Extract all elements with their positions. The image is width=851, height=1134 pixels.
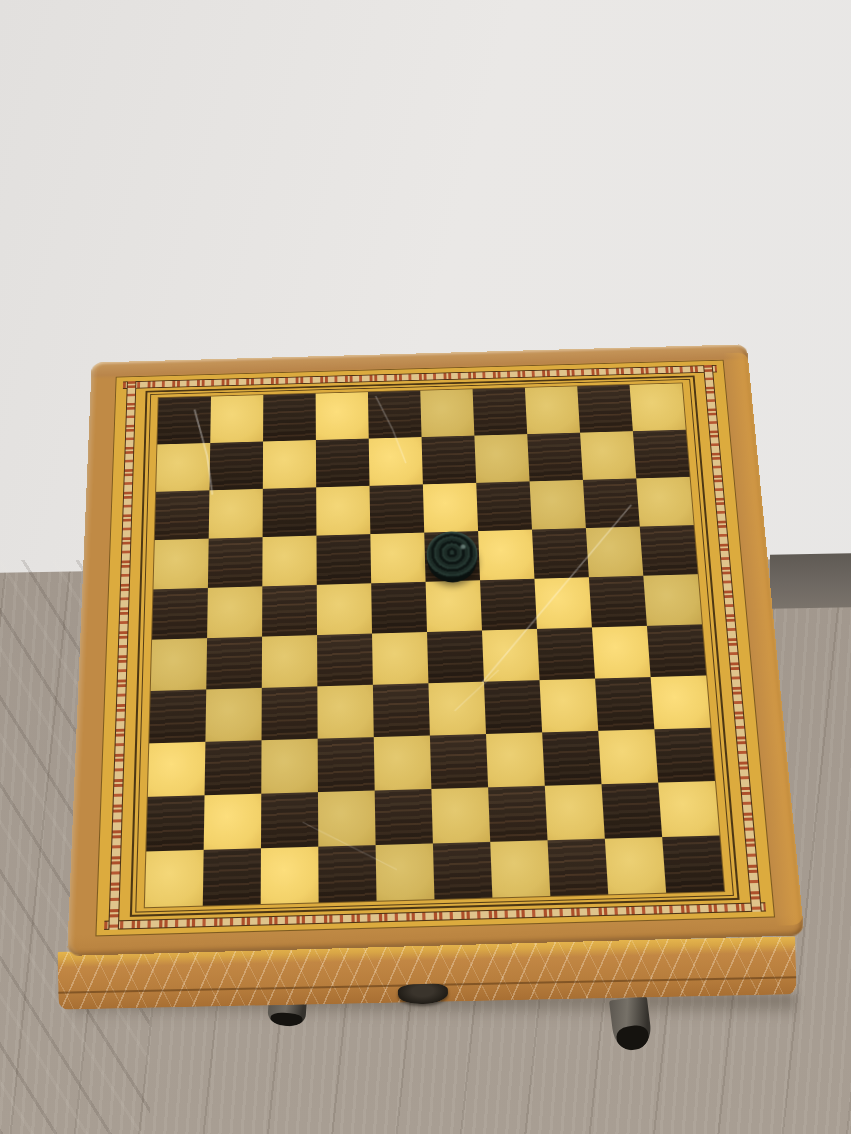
square-r3c8 — [530, 480, 586, 530]
square-r6c6 — [427, 630, 484, 683]
square-r6c9 — [592, 626, 651, 679]
square-r3c6 — [423, 483, 478, 533]
square-r3c1 — [155, 490, 210, 540]
square-r8c8 — [542, 731, 601, 786]
square-r1c3 — [263, 394, 316, 442]
square-r6c10 — [647, 624, 706, 677]
square-r6c7 — [482, 629, 540, 682]
square-r5c3 — [262, 585, 317, 637]
square-r6c8 — [537, 627, 595, 680]
square-r3c3 — [263, 487, 317, 537]
square-r4c4 — [316, 534, 371, 585]
square-r6c1 — [151, 638, 207, 691]
square-r10c6 — [433, 842, 492, 899]
square-r4c8 — [532, 528, 589, 579]
square-r4c3 — [262, 536, 316, 587]
square-r9c6 — [431, 787, 490, 843]
square-r8c7 — [486, 732, 545, 787]
square-r2c2 — [209, 441, 263, 490]
square-r2c10 — [633, 430, 690, 479]
square-r1c6 — [420, 389, 474, 437]
square-r1c1 — [157, 397, 211, 445]
square-r1c8 — [525, 386, 580, 434]
square-r7c7 — [484, 680, 542, 734]
square-r4c2 — [208, 537, 263, 588]
square-r3c9 — [583, 478, 640, 528]
square-r8c10 — [654, 728, 715, 783]
square-r9c5 — [375, 789, 433, 845]
square-r7c9 — [595, 677, 654, 731]
square-r2c9 — [580, 431, 636, 480]
square-r8c6 — [430, 734, 488, 789]
square-r3c10 — [636, 477, 693, 527]
square-r5c8 — [534, 577, 591, 629]
square-r9c9 — [602, 783, 663, 839]
square-r5c10 — [643, 574, 702, 626]
square-r2c1 — [156, 443, 210, 492]
square-r8c9 — [598, 729, 658, 784]
square-r7c6 — [428, 682, 486, 736]
square-r10c5 — [376, 843, 435, 900]
square-r6c4 — [317, 634, 373, 687]
square-r7c10 — [651, 675, 711, 729]
square-r8c5 — [374, 736, 432, 791]
square-r10c3 — [261, 847, 319, 904]
square-r4c5 — [370, 533, 425, 584]
square-r3c2 — [209, 489, 263, 539]
square-r5c9 — [589, 576, 647, 628]
square-r2c8 — [527, 433, 583, 482]
square-r10c9 — [605, 837, 666, 894]
square-r9c7 — [488, 786, 547, 842]
square-r4c10 — [640, 525, 698, 576]
square-r7c2 — [205, 688, 261, 742]
square-r3c5 — [370, 484, 425, 534]
square-r8c4 — [318, 737, 375, 792]
square-r9c10 — [658, 781, 719, 837]
square-r4c7 — [478, 530, 534, 581]
square-r9c2 — [204, 794, 262, 850]
photo-scene — [0, 0, 851, 1134]
square-r10c2 — [203, 848, 261, 905]
square-r4c9 — [586, 527, 643, 578]
square-r9c1 — [146, 795, 204, 851]
square-r2c5 — [369, 437, 423, 486]
square-r10c4 — [318, 845, 376, 902]
board — [145, 383, 724, 907]
square-r3c7 — [476, 481, 532, 531]
square-r5c2 — [207, 586, 262, 638]
square-r8c3 — [261, 739, 318, 794]
square-r8c1 — [148, 742, 206, 797]
square-r2c4 — [316, 439, 370, 488]
square-r7c4 — [317, 685, 373, 739]
square-r2c3 — [263, 440, 316, 489]
square-r9c3 — [261, 792, 318, 848]
square-r7c1 — [149, 689, 206, 743]
square-r1c10 — [630, 383, 686, 431]
square-r6c3 — [262, 635, 318, 688]
square-r1c7 — [473, 388, 528, 436]
square-r1c4 — [316, 392, 369, 440]
square-r2c7 — [474, 434, 529, 483]
square-r5c6 — [426, 580, 482, 632]
square-r7c5 — [373, 683, 430, 737]
tabletop — [67, 344, 804, 956]
square-r5c1 — [152, 588, 208, 640]
square-r6c2 — [206, 637, 262, 690]
square-r9c4 — [318, 791, 376, 847]
square-r4c1 — [153, 539, 208, 590]
square-r10c7 — [490, 840, 550, 897]
square-r10c8 — [548, 839, 609, 896]
square-r5c7 — [480, 579, 537, 631]
square-r6c5 — [372, 632, 428, 685]
square-r7c8 — [540, 679, 599, 733]
square-r5c4 — [317, 583, 372, 635]
baseboard-shadow-band — [770, 553, 851, 608]
square-r3c4 — [316, 486, 370, 536]
square-r1c2 — [210, 395, 263, 443]
square-r1c5 — [368, 391, 422, 439]
square-r2c6 — [422, 436, 477, 485]
square-r10c1 — [145, 850, 204, 907]
square-r1c9 — [577, 385, 633, 433]
square-r7c3 — [262, 686, 318, 740]
square-r8c2 — [205, 740, 262, 795]
square-r9c8 — [545, 784, 605, 840]
square-r10c10 — [662, 835, 724, 892]
square-r5c5 — [371, 582, 427, 634]
